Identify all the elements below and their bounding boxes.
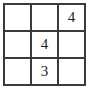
cell-r1c1[interactable]: [5, 5, 30, 30]
cell-r2c2[interactable]: 4: [32, 32, 57, 57]
cell-r3c2[interactable]: 3: [32, 59, 57, 84]
cell-r3c1[interactable]: [5, 59, 30, 84]
cell-r3c3[interactable]: [59, 59, 84, 84]
cell-r1c3[interactable]: 4: [59, 5, 84, 30]
puzzle-grid: 4 4 3: [3, 3, 86, 86]
cell-r2c3[interactable]: [59, 32, 84, 57]
cell-r2c1[interactable]: [5, 32, 30, 57]
cell-r1c2[interactable]: [32, 5, 57, 30]
